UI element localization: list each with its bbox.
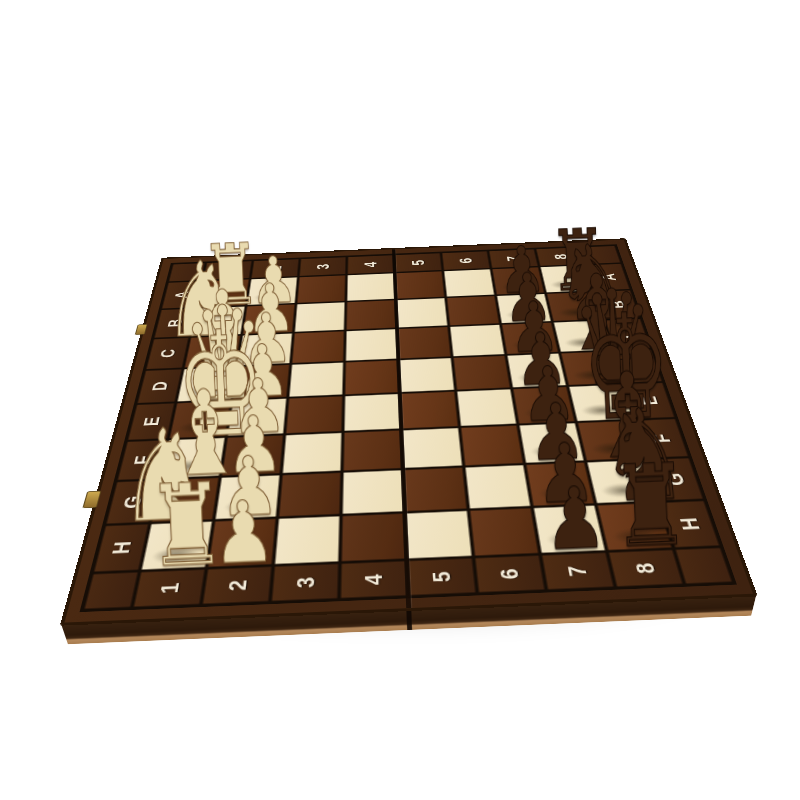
chess-board: 12345678AABBCCDDEEFFGGHH12345678 ♜♞♝♛♚♝♞… [60, 238, 758, 625]
square-b3[interactable] [293, 302, 345, 333]
square-a7[interactable] [491, 267, 545, 296]
square-h3[interactable] [273, 515, 341, 565]
square-c4[interactable] [345, 328, 399, 361]
square-b7[interactable] [496, 293, 553, 324]
square-a3[interactable] [296, 275, 347, 304]
coordinate-label-bottom-6: 6 [494, 567, 525, 580]
coordinate-label-bottom-7: 7 [562, 564, 593, 577]
square-f6[interactable] [460, 425, 525, 467]
square-e5[interactable] [400, 391, 460, 430]
square-g5[interactable] [403, 467, 468, 513]
brass-clasp-lower [82, 491, 101, 509]
frame-strip-cell: 2 [250, 258, 300, 278]
frame-strip-cell: 6 [441, 251, 491, 271]
square-f5[interactable] [401, 427, 464, 469]
coordinate-label-top-2: 2 [265, 265, 286, 272]
square-c6[interactable] [449, 324, 506, 357]
frame-strip-cell: 8 [535, 247, 587, 267]
frame-strip-cell: 8 [607, 549, 685, 588]
frame-corner [674, 547, 734, 585]
coordinate-label-right-A: A [597, 273, 621, 282]
coordinate-label-top-4: 4 [360, 261, 380, 268]
coordinate-label-bottom-1: 1 [154, 581, 185, 594]
coordinate-label-bottom-8: 8 [629, 562, 661, 575]
coordinate-label-left-A: A [170, 290, 193, 299]
coordinate-label-top-1: 1 [217, 267, 238, 274]
square-h6[interactable] [468, 507, 540, 557]
frame-strip-cell: 1 [202, 260, 253, 280]
frame-strip-cell: 4 [346, 255, 394, 275]
coordinate-label-top-5: 5 [408, 259, 429, 266]
square-d5[interactable] [398, 357, 455, 393]
frame-strip-cell: 4 [339, 560, 408, 600]
frame-corner [168, 262, 206, 282]
coordinate-label-left-H: H [106, 540, 137, 555]
coordinate-label-bottom-5: 5 [427, 570, 457, 583]
frame-strip-cell: H [92, 523, 150, 573]
coordinate-label-bottom-2: 2 [222, 579, 252, 592]
square-h5[interactable] [405, 510, 474, 560]
square-b4[interactable] [345, 299, 397, 330]
frame-strip-cell: 6 [473, 554, 546, 593]
perspective-wrapper: 12345678AABBCCDDEEFFGGHH12345678 ♜♞♝♛♚♝♞… [109, 103, 690, 684]
coordinate-label-top-7: 7 [502, 255, 524, 262]
frame-strip-cell: 7 [540, 551, 615, 590]
frame-strip-cell: 7 [488, 249, 539, 269]
frame-strip-cell: 2 [201, 565, 273, 605]
brass-clasp-upper [135, 324, 148, 335]
square-a4[interactable] [346, 273, 396, 302]
frame-strip-cell: 3 [298, 257, 347, 277]
square-a6[interactable] [443, 269, 496, 298]
coordinate-label-top-3: 3 [313, 263, 334, 270]
coordinate-label-bottom-4: 4 [359, 573, 388, 586]
square-d6[interactable] [452, 355, 512, 391]
square-c3[interactable] [291, 330, 345, 363]
square-b6[interactable] [446, 295, 501, 326]
square-d4[interactable] [344, 359, 400, 395]
frame-strip-cell: 5 [394, 253, 443, 273]
square-b5[interactable] [396, 297, 449, 328]
square-f4[interactable] [342, 429, 403, 471]
camera-tilt-wrapper: 12345678AABBCCDDEEFFGGHH12345678 ♜♞♝♛♚♝♞… [0, 0, 800, 800]
coordinate-label-top-6: 6 [455, 257, 476, 264]
frame-corner [82, 571, 139, 610]
square-c5[interactable] [397, 326, 452, 359]
square-f3[interactable] [281, 432, 343, 474]
square-g6[interactable] [464, 464, 532, 510]
frame-corner [582, 245, 622, 264]
front-edge-seam [406, 608, 412, 630]
square-h4[interactable] [340, 512, 407, 562]
coordinate-label-bottom-3: 3 [291, 576, 321, 589]
square-g4[interactable] [341, 469, 405, 515]
square-d3[interactable] [288, 362, 345, 398]
frame-strip-cell: 3 [270, 563, 340, 603]
square-e6[interactable] [456, 388, 518, 427]
frame-strip-cell: 5 [407, 557, 478, 597]
square-g3[interactable] [277, 472, 342, 518]
square-a5[interactable] [395, 271, 446, 300]
coordinate-label-top-8: 8 [550, 253, 572, 260]
square-e3[interactable] [285, 395, 344, 434]
frame-strip-cell: 1 [132, 568, 207, 608]
chess-set-photo-scene: 12345678AABBCCDDEEFFGGHH12345678 ♜♞♝♛♚♝♞… [0, 0, 800, 800]
square-e4[interactable] [343, 393, 401, 432]
